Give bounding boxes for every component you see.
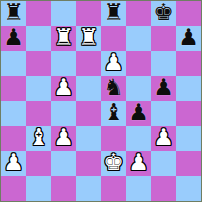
square-b7[interactable] [26, 26, 51, 51]
square-c3[interactable]: ♟ [51, 126, 76, 151]
square-f6[interactable] [126, 51, 151, 76]
square-d5[interactable] [76, 76, 101, 101]
white-bishop-icon[interactable]: ♝ [28, 126, 49, 149]
white-pawn-icon[interactable]: ♟ [153, 126, 174, 149]
square-h5[interactable] [176, 76, 201, 101]
black-king-icon[interactable]: ♚ [153, 1, 174, 24]
square-e7[interactable] [101, 26, 126, 51]
square-c6[interactable] [51, 51, 76, 76]
square-f4[interactable]: ♟ [126, 101, 151, 126]
square-a5[interactable] [1, 76, 26, 101]
square-h7[interactable]: ♟ [176, 26, 201, 51]
square-h1[interactable] [176, 176, 201, 201]
square-b6[interactable] [26, 51, 51, 76]
square-b8[interactable] [26, 1, 51, 26]
square-a4[interactable] [1, 101, 26, 126]
white-pawn-icon[interactable]: ♟ [103, 51, 124, 74]
square-g1[interactable] [151, 176, 176, 201]
square-c1[interactable] [51, 176, 76, 201]
square-e1[interactable] [101, 176, 126, 201]
square-e8[interactable]: ♜ [101, 1, 126, 26]
square-g8[interactable]: ♚ [151, 1, 176, 26]
white-king-icon[interactable]: ♚ [103, 151, 124, 174]
black-rook-icon[interactable]: ♜ [103, 1, 124, 24]
square-b4[interactable] [26, 101, 51, 126]
chessboard: ♜♜♚♟♜♜♟♟♟♞♟♝♟♝♟♟♟♚♟ [0, 0, 202, 202]
square-h2[interactable] [176, 151, 201, 176]
square-d8[interactable] [76, 1, 101, 26]
square-c7[interactable]: ♜ [51, 26, 76, 51]
square-g2[interactable] [151, 151, 176, 176]
square-e6[interactable]: ♟ [101, 51, 126, 76]
square-f5[interactable] [126, 76, 151, 101]
white-pawn-icon[interactable]: ♟ [128, 151, 149, 174]
white-pawn-icon[interactable]: ♟ [3, 151, 24, 174]
black-bishop-icon[interactable]: ♝ [103, 101, 124, 124]
square-d1[interactable] [76, 176, 101, 201]
square-a8[interactable]: ♜ [1, 1, 26, 26]
white-rook-icon[interactable]: ♜ [78, 26, 99, 49]
square-g5[interactable]: ♟ [151, 76, 176, 101]
square-c8[interactable] [51, 1, 76, 26]
square-a1[interactable] [1, 176, 26, 201]
square-b1[interactable] [26, 176, 51, 201]
square-c5[interactable]: ♟ [51, 76, 76, 101]
black-pawn-icon[interactable]: ♟ [3, 26, 24, 49]
white-rook-icon[interactable]: ♜ [53, 26, 74, 49]
white-pawn-icon[interactable]: ♟ [53, 126, 74, 149]
square-g4[interactable] [151, 101, 176, 126]
square-a2[interactable]: ♟ [1, 151, 26, 176]
square-a6[interactable] [1, 51, 26, 76]
black-knight-icon[interactable]: ♞ [103, 76, 124, 99]
square-h8[interactable] [176, 1, 201, 26]
black-pawn-icon[interactable]: ♟ [178, 26, 199, 49]
square-d3[interactable] [76, 126, 101, 151]
black-rook-icon[interactable]: ♜ [3, 1, 24, 24]
square-g6[interactable] [151, 51, 176, 76]
square-c4[interactable] [51, 101, 76, 126]
black-pawn-icon[interactable]: ♟ [128, 101, 149, 124]
square-g7[interactable] [151, 26, 176, 51]
square-b5[interactable] [26, 76, 51, 101]
square-h3[interactable] [176, 126, 201, 151]
square-e4[interactable]: ♝ [101, 101, 126, 126]
square-d6[interactable] [76, 51, 101, 76]
square-f8[interactable] [126, 1, 151, 26]
square-d7[interactable]: ♜ [76, 26, 101, 51]
square-h6[interactable] [176, 51, 201, 76]
square-b2[interactable] [26, 151, 51, 176]
square-c2[interactable] [51, 151, 76, 176]
square-d4[interactable] [76, 101, 101, 126]
square-e3[interactable] [101, 126, 126, 151]
square-f7[interactable] [126, 26, 151, 51]
square-f3[interactable] [126, 126, 151, 151]
square-a7[interactable]: ♟ [1, 26, 26, 51]
black-pawn-icon[interactable]: ♟ [153, 76, 174, 99]
white-pawn-icon[interactable]: ♟ [53, 76, 74, 99]
square-e5[interactable]: ♞ [101, 76, 126, 101]
square-f1[interactable] [126, 176, 151, 201]
square-e2[interactable]: ♚ [101, 151, 126, 176]
square-f2[interactable]: ♟ [126, 151, 151, 176]
square-d2[interactable] [76, 151, 101, 176]
square-h4[interactable] [176, 101, 201, 126]
square-a3[interactable] [1, 126, 26, 151]
square-g3[interactable]: ♟ [151, 126, 176, 151]
square-b3[interactable]: ♝ [26, 126, 51, 151]
